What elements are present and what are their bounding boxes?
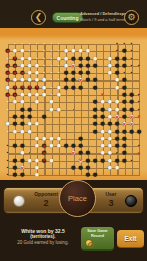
black-territory-marker: ▪ <box>128 55 135 62</box>
dead-mark-icon: ✕ <box>70 149 77 156</box>
board-cell[interactable]: ●✕ <box>70 62 77 69</box>
board-cell[interactable] <box>84 91 91 98</box>
board-cell[interactable]: ●✕ <box>11 91 18 98</box>
board-cell[interactable]: ●✕ <box>40 157 47 164</box>
board-cell[interactable] <box>40 164 47 171</box>
board-cell[interactable]: ● <box>77 84 84 91</box>
capture-bar: Opponent 2 Place User 3 <box>3 187 144 214</box>
black-territory-marker: ▪ <box>128 157 135 164</box>
white-stone: ● <box>48 157 55 164</box>
board-cell[interactable]: ●✕ <box>33 84 40 91</box>
board-cell[interactable] <box>77 106 84 113</box>
board-cell[interactable]: ● <box>135 128 142 135</box>
board-cell[interactable] <box>135 171 142 178</box>
board-cell[interactable] <box>84 106 91 113</box>
board-cell[interactable] <box>55 149 62 156</box>
black-stone: ● <box>113 142 120 149</box>
white-territory-marker: ▪ <box>4 106 11 113</box>
board-cell[interactable]: ▪ <box>40 55 47 62</box>
board-cell[interactable] <box>62 171 69 178</box>
board-cell[interactable]: ●✕ <box>19 69 26 76</box>
board-cell[interactable] <box>40 120 47 127</box>
board-cell[interactable] <box>62 157 69 164</box>
board-cell[interactable]: ●✕ <box>70 149 77 156</box>
stage-info-line2: Match / 9 and a half territories <box>80 17 122 22</box>
board-cell[interactable]: ● <box>48 157 55 164</box>
white-territory-marker: ▪ <box>48 55 55 62</box>
place-button-label: Place <box>68 194 87 203</box>
board-cell[interactable]: ● <box>70 164 77 171</box>
board-cell[interactable]: ▪ <box>48 62 55 69</box>
black-stone: ● <box>121 62 128 69</box>
dead-mark-icon: ✕ <box>11 91 18 98</box>
board-cell[interactable]: ▪ <box>4 149 11 156</box>
board-cell[interactable] <box>113 171 120 178</box>
board-cell[interactable]: ▪ <box>135 91 142 98</box>
board-cell[interactable]: ● <box>92 128 99 135</box>
exit-button-label: Exit <box>125 235 137 242</box>
white-territory-marker: ▪ <box>48 76 55 83</box>
black-stone: ● <box>77 164 84 171</box>
board-cell[interactable] <box>84 120 91 127</box>
board-cell[interactable] <box>55 113 62 120</box>
board-cell[interactable]: ▪ <box>48 55 55 62</box>
board-cell[interactable] <box>135 69 142 76</box>
board-cell[interactable] <box>128 149 135 156</box>
game-result-text: White won by 32.5 (territories). 20 Gold… <box>8 228 78 246</box>
black-territory-marker: ▪ <box>128 40 135 47</box>
save-game-record-button[interactable]: Save Game Record <box>81 227 114 251</box>
board-cell[interactable]: ▪ <box>48 40 55 47</box>
board-cell[interactable]: ● <box>113 84 120 91</box>
board-cell[interactable]: ● <box>48 106 55 113</box>
white-stone: ● <box>55 142 62 149</box>
board-cell[interactable]: ● <box>40 113 47 120</box>
board-cell[interactable]: ▪ <box>48 69 55 76</box>
white-territory-marker: ▪ <box>48 69 55 76</box>
board-cell[interactable] <box>84 113 91 120</box>
board-cell[interactable]: ▪ <box>128 47 135 54</box>
dead-mark-icon: ✕ <box>4 47 11 54</box>
counting-phase-badge: Counting <box>52 12 83 23</box>
board-cell[interactable]: ● <box>62 84 69 91</box>
exit-button[interactable]: Exit <box>117 230 144 248</box>
board-cell[interactable]: ● <box>77 164 84 171</box>
board-cell[interactable] <box>128 164 135 171</box>
board-cell[interactable] <box>70 91 77 98</box>
board-cell[interactable]: ▪ <box>40 47 47 54</box>
board-cell[interactable]: ✕ <box>135 113 142 120</box>
white-territory-marker: ▪ <box>55 62 62 69</box>
board-cell[interactable] <box>92 142 99 149</box>
board-cell[interactable]: ● <box>19 128 26 135</box>
board-cell[interactable]: ● <box>26 91 33 98</box>
board-cell[interactable] <box>99 40 106 47</box>
board-cell[interactable]: ● <box>11 98 18 105</box>
back-button[interactable]: ❮ <box>31 10 46 25</box>
board-cell[interactable] <box>128 171 135 178</box>
board-cell[interactable]: ●✕ <box>128 113 135 120</box>
board-cell[interactable]: ● <box>11 142 18 149</box>
black-stone: ● <box>62 84 69 91</box>
board-cell[interactable]: ●✕ <box>11 55 18 62</box>
board-cell[interactable]: ●✕ <box>128 120 135 127</box>
board-cell[interactable]: ●✕ <box>121 120 128 127</box>
board-cell[interactable] <box>106 84 113 91</box>
dead-mark-icon: ✕ <box>128 120 135 127</box>
black-stone: ● <box>99 157 106 164</box>
red-mark-icon: ✕ <box>135 113 142 120</box>
board-cell[interactable] <box>62 120 69 127</box>
board-cell[interactable] <box>99 69 106 76</box>
board-cell[interactable] <box>135 55 142 62</box>
board-cell[interactable]: ▪ <box>135 142 142 149</box>
black-stone: ● <box>135 128 142 135</box>
board-cell[interactable] <box>77 120 84 127</box>
board-cell[interactable] <box>40 171 47 178</box>
black-stone: ● <box>92 84 99 91</box>
board-cell[interactable]: ●✕ <box>77 157 84 164</box>
board-cell[interactable]: ● <box>48 142 55 149</box>
board-cell[interactable] <box>77 98 84 105</box>
board-cell[interactable]: ●✕ <box>26 84 33 91</box>
bottom-panel: Opponent 2 Place User 3 White won by 32.… <box>0 180 147 261</box>
black-stone: ● <box>92 171 99 178</box>
board-cell[interactable] <box>70 113 77 120</box>
board-cell[interactable] <box>99 47 106 54</box>
white-stone: ● <box>106 69 113 76</box>
dead-mark-icon: ✕ <box>70 62 77 69</box>
white-territory-marker: ▪ <box>4 98 11 105</box>
board-cell[interactable]: ● <box>33 171 40 178</box>
board-cell[interactable] <box>55 171 62 178</box>
board-cell[interactable]: ▪ <box>48 76 55 83</box>
board-cell[interactable] <box>48 171 55 178</box>
board-cell[interactable] <box>99 171 106 178</box>
dead-mark-icon: ✕ <box>33 84 40 91</box>
dead-mark-icon: ✕ <box>121 120 128 127</box>
board-cell[interactable]: ▪ <box>55 40 62 47</box>
board-cell[interactable] <box>55 157 62 164</box>
board-cell[interactable]: ▪ <box>128 157 135 164</box>
board-cell[interactable]: ▪ <box>4 171 11 178</box>
board-cell[interactable] <box>135 47 142 54</box>
board-cell[interactable]: ● <box>26 128 33 135</box>
board-cell[interactable] <box>135 84 142 91</box>
board-cell[interactable]: ●✕ <box>4 47 11 54</box>
board-cell[interactable]: ●✕ <box>77 76 84 83</box>
go-board[interactable]: ▪▪▪▪▪▪▪▪▪▪●✕●●▪▪▪▪▪●●●●▪●▪▪●✕●●▪▪▪●●●●●●… <box>0 28 147 180</box>
board-cell[interactable]: ✕ <box>135 149 142 156</box>
white-territory-marker: ▪ <box>48 47 55 54</box>
board-cell[interactable]: ● <box>55 91 62 98</box>
black-stone: ● <box>62 142 69 149</box>
board-cell[interactable] <box>84 128 91 135</box>
board-cell[interactable]: ▪ <box>4 142 11 149</box>
board-cell[interactable]: ▪ <box>135 98 142 105</box>
board-cell[interactable] <box>26 164 33 171</box>
board-cell[interactable] <box>135 40 142 47</box>
board-cell[interactable] <box>106 40 113 47</box>
board-cell[interactable]: ▪ <box>40 62 47 69</box>
board-cell[interactable]: ●✕ <box>40 142 47 149</box>
board-cell[interactable] <box>77 91 84 98</box>
back-icon: ❮ <box>35 13 43 22</box>
board-cell[interactable] <box>55 120 62 127</box>
white-stone: ● <box>48 142 55 149</box>
board-cell[interactable]: ●✕ <box>40 149 47 156</box>
board-cell[interactable]: ● <box>92 157 99 164</box>
white-stone-icon <box>13 195 25 207</box>
opponent-capture-count: 2 <box>31 198 61 208</box>
board-cell[interactable] <box>92 135 99 142</box>
board-cell[interactable]: ● <box>4 120 11 127</box>
board-cell[interactable]: ● <box>55 55 62 62</box>
board-cell[interactable]: ▪ <box>55 62 62 69</box>
white-stone: ● <box>48 106 55 113</box>
board-cell[interactable]: ● <box>19 171 26 178</box>
black-territory-marker: ▪ <box>135 142 142 149</box>
board-cell[interactable] <box>135 76 142 83</box>
black-stone: ● <box>70 164 77 171</box>
board-cell[interactable] <box>84 84 91 91</box>
white-territory-marker: ▪ <box>40 62 47 69</box>
board-cell[interactable]: ● <box>62 142 69 149</box>
board-cell[interactable] <box>62 113 69 120</box>
board-cell[interactable]: ● <box>84 171 91 178</box>
user-capture-count: 3 <box>96 198 126 208</box>
board-cell[interactable] <box>48 164 55 171</box>
dead-mark-icon: ✕ <box>40 142 47 149</box>
black-stone: ● <box>11 171 18 178</box>
board-cell[interactable]: ● <box>11 128 18 135</box>
board-cell[interactable] <box>55 164 62 171</box>
board-cell[interactable] <box>99 84 106 91</box>
dead-mark-icon: ✕ <box>11 55 18 62</box>
board-cell[interactable] <box>70 128 77 135</box>
result-line3: 20 Gold earned by losing. <box>8 240 78 246</box>
board-cell[interactable] <box>26 135 33 142</box>
black-stone: ● <box>128 128 135 135</box>
board-cell[interactable] <box>128 135 135 142</box>
board-cell[interactable] <box>84 135 91 142</box>
white-stone: ● <box>33 171 40 178</box>
board-cell[interactable]: ● <box>40 91 47 98</box>
board-cell[interactable]: ▪ <box>26 40 33 47</box>
board-cell[interactable]: ●✕ <box>4 62 11 69</box>
dead-mark-icon: ✕ <box>26 84 33 91</box>
white-territory-marker: ▪ <box>33 40 40 47</box>
board-cell[interactable]: ●✕ <box>113 113 120 120</box>
board-cell[interactable]: ● <box>55 106 62 113</box>
board-cell[interactable]: ● <box>33 142 40 149</box>
black-stone: ● <box>84 171 91 178</box>
black-stone: ● <box>70 84 77 91</box>
white-stone: ● <box>113 164 120 171</box>
board-cell[interactable] <box>62 164 69 171</box>
white-territory-marker: ▪ <box>40 55 47 62</box>
black-territory-marker: ▪ <box>128 62 135 69</box>
board-cell[interactable] <box>135 164 142 171</box>
board-cell[interactable] <box>106 76 113 83</box>
board-cell[interactable] <box>4 135 11 142</box>
board-cell[interactable]: ●✕ <box>11 84 18 91</box>
board-cell[interactable]: ▪ <box>135 106 142 113</box>
board-cell[interactable] <box>135 135 142 142</box>
white-territory-marker: ▪ <box>48 84 55 91</box>
board-cell[interactable]: ▪ <box>33 40 40 47</box>
board-cell[interactable]: ▪ <box>4 157 11 164</box>
board-cell[interactable] <box>99 62 106 69</box>
board-cell[interactable] <box>121 164 128 171</box>
dead-mark-icon: ✕ <box>11 62 18 69</box>
black-territory-marker: ▪ <box>135 106 142 113</box>
board-cell[interactable] <box>128 76 135 83</box>
star-point <box>29 152 31 154</box>
white-stone: ● <box>106 164 113 171</box>
dead-mark-icon: ✕ <box>4 69 11 76</box>
board-cell[interactable]: ▪ <box>33 47 40 54</box>
white-territory-marker: ▪ <box>40 47 47 54</box>
white-stone: ● <box>19 128 26 135</box>
board-cell[interactable]: ▪ <box>55 69 62 76</box>
board-cell[interactable]: ●✕ <box>11 69 18 76</box>
board-cell[interactable] <box>92 40 99 47</box>
user-label: User <box>96 191 126 198</box>
dead-mark-icon: ✕ <box>128 113 135 120</box>
board-cell[interactable]: ● <box>55 142 62 149</box>
board-cell[interactable]: ▪ <box>128 55 135 62</box>
board-cell[interactable]: ● <box>128 128 135 135</box>
board-cell[interactable]: ● <box>92 171 99 178</box>
board-cell[interactable] <box>70 171 77 178</box>
board-cell[interactable]: ▪ <box>128 62 135 69</box>
black-stone: ● <box>92 62 99 69</box>
board-cell[interactable] <box>62 98 69 105</box>
board-cell[interactable]: ● <box>11 171 18 178</box>
white-stone: ● <box>11 128 18 135</box>
board-cell[interactable] <box>26 142 33 149</box>
black-stone-icon <box>125 195 137 207</box>
board-cell[interactable] <box>84 98 91 105</box>
white-stone: ● <box>55 106 62 113</box>
board-cell[interactable] <box>48 120 55 127</box>
board-cell[interactable]: ▪ <box>135 62 142 69</box>
board-cell[interactable] <box>40 98 47 105</box>
board-cell[interactable] <box>70 120 77 127</box>
black-stone: ● <box>40 113 47 120</box>
red-mark-icon: ✕ <box>135 149 142 156</box>
white-territory-marker: ▪ <box>55 69 62 76</box>
board-cell[interactable]: ● <box>92 62 99 69</box>
settings-button[interactable]: ⚙ <box>124 10 139 25</box>
dead-mark-icon: ✕ <box>11 69 18 76</box>
board-cell[interactable] <box>121 171 128 178</box>
board-cell[interactable]: ●✕ <box>4 69 11 76</box>
board-cell[interactable] <box>62 128 69 135</box>
board-cell[interactable]: ▪ <box>4 128 11 135</box>
board-cell[interactable]: ● <box>106 164 113 171</box>
board-cell[interactable]: ▪ <box>113 40 120 47</box>
black-territory-marker: ▪ <box>135 98 142 105</box>
board-cell[interactable]: ▪ <box>4 106 11 113</box>
board-cell[interactable] <box>99 164 106 171</box>
board-cell[interactable] <box>33 106 40 113</box>
board-cell[interactable] <box>77 171 84 178</box>
black-stone: ● <box>121 157 128 164</box>
board-cell[interactable] <box>99 76 106 83</box>
opponent-label: Opponent <box>31 191 61 198</box>
board-cell[interactable]: ● <box>99 157 106 164</box>
dead-mark-icon: ✕ <box>19 164 26 171</box>
black-stone: ● <box>11 142 18 149</box>
star-point <box>116 152 118 154</box>
board-cell[interactable]: ▪ <box>128 40 135 47</box>
board-cell[interactable]: ● <box>121 157 128 164</box>
board-cell[interactable] <box>106 171 113 178</box>
board-cell[interactable] <box>48 113 55 120</box>
white-territory-marker: ▪ <box>40 40 47 47</box>
board-cell[interactable]: ● <box>92 84 99 91</box>
board-cell[interactable]: ● <box>113 142 120 149</box>
board-cell[interactable]: ● <box>70 84 77 91</box>
go-app: ❮ Counting Advanced / Defend/expand Matc… <box>0 0 147 261</box>
board-cell[interactable]: ● <box>113 164 120 171</box>
board-cell[interactable] <box>26 171 33 178</box>
board-cell[interactable]: ●✕ <box>11 62 18 69</box>
board-cell[interactable]: ▪ <box>40 40 47 47</box>
dead-mark-icon: ✕ <box>77 157 84 164</box>
board-cell[interactable]: ●✕ <box>19 84 26 91</box>
board-cell[interactable]: ● <box>106 69 113 76</box>
white-stone: ● <box>11 98 18 105</box>
board-cell[interactable]: ●✕ <box>19 164 26 171</box>
board-cell[interactable] <box>62 149 69 156</box>
board-cell[interactable]: ● <box>84 76 91 83</box>
board-cell[interactable] <box>70 98 77 105</box>
dead-mark-icon: ✕ <box>11 84 18 91</box>
board-cell[interactable]: ●✕ <box>4 76 11 83</box>
board-cell[interactable] <box>128 142 135 149</box>
board-cell[interactable]: ● <box>26 157 33 164</box>
board-cell[interactable]: ▪ <box>4 98 11 105</box>
board-cell[interactable]: ●✕ <box>4 91 11 98</box>
white-territory-marker: ▪ <box>33 47 40 54</box>
board-cell[interactable]: ▪ <box>48 47 55 54</box>
user-captures: User 3 <box>96 191 126 208</box>
board-cell[interactable] <box>77 113 84 120</box>
board-cell[interactable]: ▪ <box>4 164 11 171</box>
black-stone: ● <box>84 76 91 83</box>
save-button-line2: Record <box>81 234 114 238</box>
board-cell[interactable] <box>70 106 77 113</box>
board-cell[interactable]: ▪ <box>48 84 55 91</box>
board-cell[interactable]: ● <box>33 120 40 127</box>
gold-coin-icon <box>85 239 93 247</box>
white-territory-marker: ▪ <box>4 128 11 135</box>
board-cell[interactable]: ● <box>33 98 40 105</box>
board-cell[interactable]: ▪ <box>128 69 135 76</box>
board-cell[interactable] <box>62 91 69 98</box>
board-cell[interactable]: ● <box>121 62 128 69</box>
black-stone: ● <box>92 128 99 135</box>
dead-mark-icon: ✕ <box>19 84 26 91</box>
board-cell[interactable] <box>99 55 106 62</box>
board-cell[interactable] <box>135 157 142 164</box>
black-territory-marker: ▪ <box>135 91 142 98</box>
board-cell[interactable] <box>62 106 69 113</box>
place-button[interactable]: Place <box>59 180 96 217</box>
